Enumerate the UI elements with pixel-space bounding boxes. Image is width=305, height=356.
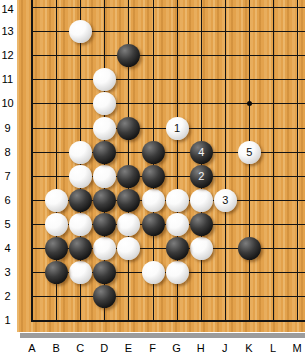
white-stone[interactable] [166, 189, 189, 212]
grid-line-vertical [225, 0, 226, 322]
go-board[interactable]: 15342 [17, 0, 305, 332]
white-stone[interactable] [45, 213, 68, 236]
row-label: 1 [0, 313, 15, 327]
white-stone[interactable] [166, 261, 189, 284]
go-diagram: 15342 1413121110987654321ABCDEFGHJKLM [0, 0, 305, 356]
row-label: 11 [0, 72, 15, 86]
black-stone[interactable]: 4 [190, 141, 213, 164]
row-label: 7 [0, 169, 15, 183]
grid-line-horizontal [32, 7, 305, 8]
row-label: 3 [0, 265, 15, 279]
white-stone[interactable] [93, 68, 116, 91]
black-stone[interactable] [238, 237, 261, 260]
row-label: 4 [0, 241, 15, 255]
black-stone[interactable] [166, 237, 189, 260]
grid-line-vertical [31, 0, 33, 322]
white-stone[interactable] [117, 213, 140, 236]
row-label: 6 [0, 193, 15, 207]
column-label: L [265, 341, 281, 355]
black-stone[interactable] [117, 44, 140, 67]
move-number: 1 [174, 123, 180, 134]
black-stone[interactable]: 2 [190, 165, 213, 188]
grid-line-vertical [273, 0, 274, 322]
white-stone[interactable] [117, 237, 140, 260]
black-stone[interactable] [93, 261, 116, 284]
black-stone[interactable] [117, 117, 140, 140]
black-stone[interactable] [45, 237, 68, 260]
white-stone[interactable] [142, 189, 165, 212]
white-stone[interactable] [93, 165, 116, 188]
row-label: 10 [0, 96, 15, 110]
black-stone[interactable] [93, 141, 116, 164]
white-stone[interactable]: 3 [214, 189, 237, 212]
row-label: 12 [0, 48, 15, 62]
grid-line-horizontal [32, 103, 305, 104]
move-number: 3 [222, 195, 228, 206]
black-stone[interactable] [117, 189, 140, 212]
white-stone[interactable] [69, 165, 92, 188]
white-stone[interactable] [190, 189, 213, 212]
column-label: D [96, 341, 112, 355]
star-point [247, 101, 252, 106]
black-stone[interactable] [142, 141, 165, 164]
black-stone[interactable] [69, 237, 92, 260]
white-stone[interactable] [93, 117, 116, 140]
white-stone[interactable] [45, 189, 68, 212]
column-label: A [24, 341, 40, 355]
white-stone[interactable] [93, 237, 116, 260]
white-stone[interactable] [166, 213, 189, 236]
black-stone[interactable] [69, 189, 92, 212]
move-number: 2 [198, 171, 204, 182]
column-label: M [289, 341, 305, 355]
row-label: 2 [0, 289, 15, 303]
row-label: 8 [0, 145, 15, 159]
move-number: 4 [198, 147, 204, 158]
column-label: C [72, 341, 88, 355]
white-stone[interactable] [69, 261, 92, 284]
grid-line-horizontal [32, 320, 305, 322]
column-label: B [48, 341, 64, 355]
white-stone[interactable]: 1 [166, 117, 189, 140]
white-stone[interactable] [190, 237, 213, 260]
board-shadow [20, 333, 305, 338]
grid-line-horizontal [32, 296, 305, 297]
row-label: 9 [0, 121, 15, 135]
column-label: F [145, 341, 161, 355]
white-stone[interactable] [142, 261, 165, 284]
black-stone[interactable] [45, 261, 68, 284]
column-label: H [193, 341, 209, 355]
black-stone[interactable] [142, 213, 165, 236]
white-stone[interactable] [93, 92, 116, 115]
grid-line-vertical [297, 0, 298, 322]
white-stone[interactable]: 5 [238, 141, 261, 164]
row-label: 5 [0, 217, 15, 231]
column-label: G [169, 341, 185, 355]
move-number: 5 [246, 147, 252, 158]
row-label: 13 [0, 24, 15, 38]
white-stone[interactable] [69, 213, 92, 236]
column-label: K [241, 341, 257, 355]
black-stone[interactable] [93, 213, 116, 236]
grid-line-horizontal [32, 55, 305, 56]
black-stone[interactable] [93, 285, 116, 308]
column-label: E [120, 341, 136, 355]
black-stone[interactable] [93, 189, 116, 212]
white-stone[interactable] [69, 20, 92, 43]
grid-line-horizontal [32, 79, 305, 80]
white-stone[interactable] [69, 141, 92, 164]
black-stone[interactable] [117, 165, 140, 188]
black-stone[interactable] [142, 165, 165, 188]
black-stone[interactable] [190, 213, 213, 236]
row-label: 14 [0, 2, 15, 16]
column-label: J [217, 341, 233, 355]
